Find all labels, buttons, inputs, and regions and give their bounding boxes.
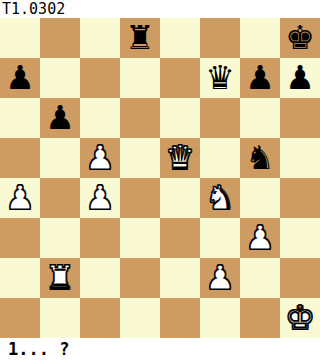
square-h7[interactable]: ♟ [280, 58, 320, 98]
square-g1[interactable] [240, 298, 280, 338]
move-prompt: 1... ? [8, 338, 69, 360]
square-e4[interactable] [160, 178, 200, 218]
status-bar: 1... ? [0, 338, 320, 360]
square-e8[interactable] [160, 18, 200, 58]
square-f3[interactable] [200, 218, 240, 258]
white-king[interactable]: ♚ [285, 298, 315, 338]
square-e2[interactable] [160, 258, 200, 298]
square-a1[interactable] [0, 298, 40, 338]
square-e6[interactable] [160, 98, 200, 138]
square-f6[interactable] [200, 98, 240, 138]
black-pawn[interactable]: ♟ [285, 58, 315, 98]
white-pawn[interactable]: ♟ [245, 218, 275, 258]
square-g8[interactable] [240, 18, 280, 58]
square-c8[interactable] [80, 18, 120, 58]
white-queen[interactable]: ♛ [165, 138, 195, 178]
square-d6[interactable] [120, 98, 160, 138]
square-e5[interactable]: ♛ [160, 138, 200, 178]
chess-board[interactable]: ♜♚♟♛♟♟♟♟♛♞♟♟♞♟♜♟♚ [0, 18, 320, 338]
square-c4[interactable]: ♟ [80, 178, 120, 218]
square-h8[interactable]: ♚ [280, 18, 320, 58]
square-c1[interactable] [80, 298, 120, 338]
white-rook[interactable]: ♜ [45, 258, 75, 298]
square-e1[interactable] [160, 298, 200, 338]
square-g6[interactable] [240, 98, 280, 138]
square-c3[interactable] [80, 218, 120, 258]
black-pawn[interactable]: ♟ [5, 58, 35, 98]
square-d3[interactable] [120, 218, 160, 258]
square-a4[interactable]: ♟ [0, 178, 40, 218]
square-d7[interactable] [120, 58, 160, 98]
square-h6[interactable] [280, 98, 320, 138]
square-g2[interactable] [240, 258, 280, 298]
square-b7[interactable] [40, 58, 80, 98]
square-f8[interactable] [200, 18, 240, 58]
black-king[interactable]: ♚ [285, 18, 315, 58]
square-a7[interactable]: ♟ [0, 58, 40, 98]
square-d4[interactable] [120, 178, 160, 218]
square-h2[interactable] [280, 258, 320, 298]
square-d2[interactable] [120, 258, 160, 298]
black-rook[interactable]: ♜ [125, 18, 155, 58]
square-d8[interactable]: ♜ [120, 18, 160, 58]
square-f7[interactable]: ♛ [200, 58, 240, 98]
square-h3[interactable] [280, 218, 320, 258]
white-pawn[interactable]: ♟ [205, 258, 235, 298]
square-a6[interactable] [0, 98, 40, 138]
puzzle-id: T1.0302 [2, 0, 65, 18]
square-g7[interactable]: ♟ [240, 58, 280, 98]
square-f4[interactable]: ♞ [200, 178, 240, 218]
square-a3[interactable] [0, 218, 40, 258]
square-c7[interactable] [80, 58, 120, 98]
white-pawn[interactable]: ♟ [85, 138, 115, 178]
square-g5[interactable]: ♞ [240, 138, 280, 178]
square-h1[interactable]: ♚ [280, 298, 320, 338]
square-f2[interactable]: ♟ [200, 258, 240, 298]
square-e7[interactable] [160, 58, 200, 98]
square-b1[interactable] [40, 298, 80, 338]
square-b3[interactable] [40, 218, 80, 258]
black-pawn[interactable]: ♟ [245, 58, 275, 98]
square-c2[interactable] [80, 258, 120, 298]
square-h4[interactable] [280, 178, 320, 218]
square-f5[interactable] [200, 138, 240, 178]
white-knight[interactable]: ♞ [205, 178, 235, 218]
puzzle-window: T1.0302 ♜♚♟♛♟♟♟♟♛♞♟♟♞♟♜♟♚ 1... ? [0, 0, 320, 360]
black-queen[interactable]: ♛ [205, 58, 235, 98]
black-pawn[interactable]: ♟ [45, 98, 75, 138]
square-b6[interactable]: ♟ [40, 98, 80, 138]
title-bar: T1.0302 [0, 0, 320, 18]
square-e3[interactable] [160, 218, 200, 258]
black-knight[interactable]: ♞ [245, 138, 275, 178]
square-a8[interactable] [0, 18, 40, 58]
square-d1[interactable] [120, 298, 160, 338]
white-pawn[interactable]: ♟ [5, 178, 35, 218]
square-c5[interactable]: ♟ [80, 138, 120, 178]
square-g3[interactable]: ♟ [240, 218, 280, 258]
square-b2[interactable]: ♜ [40, 258, 80, 298]
white-pawn[interactable]: ♟ [85, 178, 115, 218]
square-b5[interactable] [40, 138, 80, 178]
square-b4[interactable] [40, 178, 80, 218]
square-b8[interactable] [40, 18, 80, 58]
square-d5[interactable] [120, 138, 160, 178]
square-a5[interactable] [0, 138, 40, 178]
square-a2[interactable] [0, 258, 40, 298]
square-c6[interactable] [80, 98, 120, 138]
square-f1[interactable] [200, 298, 240, 338]
square-h5[interactable] [280, 138, 320, 178]
square-g4[interactable] [240, 178, 280, 218]
